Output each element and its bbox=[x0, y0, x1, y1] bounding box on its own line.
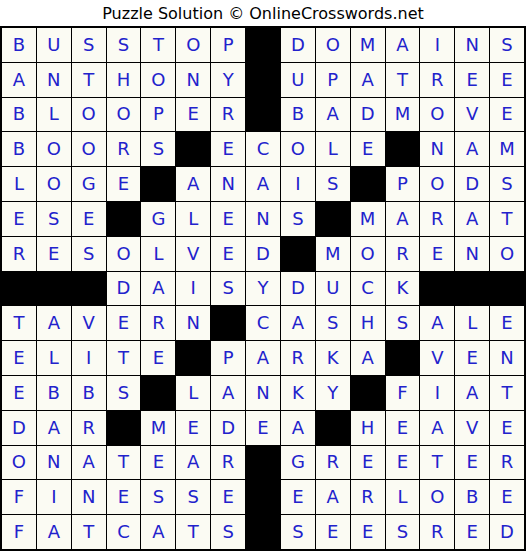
letter-cell: B bbox=[2, 98, 36, 132]
black-cell bbox=[176, 132, 210, 166]
letter-cell: A bbox=[2, 63, 36, 97]
letter-cell: I bbox=[37, 480, 71, 514]
letter-cell: O bbox=[351, 237, 385, 271]
letter-cell: A bbox=[316, 480, 350, 514]
letter-cell: E bbox=[211, 480, 245, 514]
letter-cell: R bbox=[351, 480, 385, 514]
letter-cell: L bbox=[141, 237, 175, 271]
letter-cell: E bbox=[2, 202, 36, 236]
letter-cell: S bbox=[141, 480, 175, 514]
black-cell bbox=[316, 202, 350, 236]
letter-cell: A bbox=[351, 63, 385, 97]
letter-cell: M bbox=[386, 98, 420, 132]
crossword-grid: BUSSTOPDOMAINSANTHONYUPATREEBLOOPERBADMO… bbox=[0, 26, 526, 551]
letter-cell: S bbox=[281, 515, 315, 549]
letter-cell: O bbox=[37, 167, 71, 201]
letter-cell: A bbox=[281, 411, 315, 445]
black-cell bbox=[246, 28, 280, 62]
letter-cell: O bbox=[281, 132, 315, 166]
black-cell bbox=[351, 167, 385, 201]
page-title: Puzzle Solution © OnlineCrosswords.net bbox=[0, 0, 526, 26]
letter-cell: E bbox=[281, 480, 315, 514]
letter-cell: A bbox=[316, 98, 350, 132]
black-cell bbox=[246, 446, 280, 480]
letter-cell: L bbox=[386, 480, 420, 514]
letter-cell: F bbox=[2, 515, 36, 549]
letter-cell: T bbox=[72, 63, 106, 97]
letter-cell: L bbox=[455, 306, 489, 340]
letter-cell: A bbox=[211, 376, 245, 410]
letter-cell: V bbox=[455, 98, 489, 132]
letter-cell: I bbox=[72, 341, 106, 375]
letter-cell: R bbox=[2, 237, 36, 271]
letter-cell: P bbox=[316, 63, 350, 97]
letter-cell: C bbox=[246, 132, 280, 166]
letter-cell: O bbox=[316, 28, 350, 62]
black-cell bbox=[37, 272, 71, 306]
letter-cell: Y bbox=[211, 63, 245, 97]
black-cell bbox=[176, 341, 210, 375]
letter-cell: D bbox=[107, 272, 141, 306]
letter-cell: O bbox=[72, 132, 106, 166]
letter-cell: R bbox=[420, 63, 454, 97]
letter-cell: T bbox=[176, 515, 210, 549]
letter-cell: E bbox=[316, 515, 350, 549]
black-cell bbox=[107, 411, 141, 445]
letter-cell: D bbox=[455, 167, 489, 201]
letter-cell: S bbox=[72, 28, 106, 62]
black-cell bbox=[246, 98, 280, 132]
letter-cell: O bbox=[176, 28, 210, 62]
letter-cell: C bbox=[246, 306, 280, 340]
letter-cell: G bbox=[281, 446, 315, 480]
letter-cell: V bbox=[455, 411, 489, 445]
letter-cell: B bbox=[455, 480, 489, 514]
letter-cell: E bbox=[176, 411, 210, 445]
letter-cell: O bbox=[37, 132, 71, 166]
black-cell bbox=[246, 515, 280, 549]
black-cell bbox=[455, 272, 489, 306]
letter-cell: I bbox=[420, 376, 454, 410]
letter-cell: H bbox=[107, 63, 141, 97]
letter-cell: R bbox=[211, 446, 245, 480]
black-cell bbox=[107, 202, 141, 236]
black-cell bbox=[141, 167, 175, 201]
letter-cell: S bbox=[211, 515, 245, 549]
letter-cell: E bbox=[211, 132, 245, 166]
letter-cell: B bbox=[281, 98, 315, 132]
letter-cell: A bbox=[386, 202, 420, 236]
letter-cell: V bbox=[72, 306, 106, 340]
letter-cell: E bbox=[351, 515, 385, 549]
black-cell bbox=[386, 341, 420, 375]
letter-cell: T bbox=[107, 341, 141, 375]
letter-cell: E bbox=[72, 202, 106, 236]
letter-cell: E bbox=[211, 202, 245, 236]
letter-cell: A bbox=[455, 376, 489, 410]
letter-cell: O bbox=[420, 480, 454, 514]
letter-cell: A bbox=[141, 272, 175, 306]
letter-cell: N bbox=[211, 167, 245, 201]
letter-cell: E bbox=[351, 446, 385, 480]
letter-cell: F bbox=[2, 480, 36, 514]
letter-cell: S bbox=[490, 28, 524, 62]
letter-cell: R bbox=[316, 446, 350, 480]
letter-cell: D bbox=[211, 411, 245, 445]
letter-cell: A bbox=[37, 515, 71, 549]
letter-cell: B bbox=[2, 28, 36, 62]
letter-cell: S bbox=[386, 306, 420, 340]
letter-cell: E bbox=[2, 376, 36, 410]
letter-cell: E bbox=[246, 411, 280, 445]
letter-cell: L bbox=[176, 202, 210, 236]
letter-cell: S bbox=[107, 376, 141, 410]
black-cell bbox=[281, 237, 315, 271]
black-cell bbox=[420, 272, 454, 306]
black-cell bbox=[2, 272, 36, 306]
letter-cell: I bbox=[420, 28, 454, 62]
letter-cell: T bbox=[2, 306, 36, 340]
letter-cell: Y bbox=[316, 376, 350, 410]
letter-cell: O bbox=[72, 98, 106, 132]
letter-cell: I bbox=[176, 272, 210, 306]
letter-cell: B bbox=[37, 376, 71, 410]
letter-cell: K bbox=[316, 341, 350, 375]
letter-cell: F bbox=[386, 376, 420, 410]
letter-cell: Y bbox=[246, 272, 280, 306]
letter-cell: T bbox=[420, 446, 454, 480]
letter-cell: L bbox=[176, 376, 210, 410]
letter-cell: S bbox=[72, 237, 106, 271]
black-cell bbox=[141, 376, 175, 410]
letter-cell: N bbox=[37, 446, 71, 480]
letter-cell: R bbox=[281, 341, 315, 375]
letter-cell: T bbox=[490, 376, 524, 410]
letter-cell: N bbox=[176, 306, 210, 340]
letter-cell: E bbox=[455, 341, 489, 375]
letter-cell: S bbox=[316, 306, 350, 340]
letter-cell: O bbox=[141, 63, 175, 97]
letter-cell: O bbox=[420, 98, 454, 132]
letter-cell: E bbox=[386, 411, 420, 445]
letter-cell: H bbox=[351, 306, 385, 340]
black-cell bbox=[211, 306, 245, 340]
letter-cell: N bbox=[490, 341, 524, 375]
letter-cell: P bbox=[141, 98, 175, 132]
letter-cell: S bbox=[281, 202, 315, 236]
letter-cell: E bbox=[455, 63, 489, 97]
letter-cell: A bbox=[420, 411, 454, 445]
letter-cell: A bbox=[455, 202, 489, 236]
letter-cell: E bbox=[490, 411, 524, 445]
black-cell bbox=[246, 480, 280, 514]
letter-cell: V bbox=[176, 237, 210, 271]
letter-cell: E bbox=[141, 446, 175, 480]
letter-cell: N bbox=[246, 202, 280, 236]
letter-cell: I bbox=[281, 167, 315, 201]
black-cell bbox=[72, 272, 106, 306]
letter-cell: L bbox=[2, 167, 36, 201]
letter-cell: A bbox=[141, 515, 175, 549]
letter-cell: D bbox=[246, 237, 280, 271]
letter-cell: K bbox=[386, 272, 420, 306]
letter-cell: M bbox=[141, 411, 175, 445]
letter-cell: S bbox=[141, 132, 175, 166]
letter-cell: A bbox=[246, 341, 280, 375]
letter-cell: H bbox=[351, 411, 385, 445]
letter-cell: E bbox=[420, 237, 454, 271]
letter-cell: M bbox=[316, 237, 350, 271]
letter-cell: A bbox=[455, 132, 489, 166]
letter-cell: O bbox=[490, 237, 524, 271]
letter-cell: E bbox=[386, 446, 420, 480]
letter-cell: U bbox=[37, 28, 71, 62]
black-cell bbox=[351, 376, 385, 410]
letter-cell: E bbox=[107, 167, 141, 201]
letter-cell: R bbox=[72, 411, 106, 445]
letter-cell: N bbox=[455, 237, 489, 271]
letter-cell: T bbox=[107, 446, 141, 480]
letter-cell: S bbox=[37, 202, 71, 236]
letter-cell: U bbox=[316, 272, 350, 306]
letter-cell: B bbox=[2, 132, 36, 166]
letter-cell: A bbox=[246, 167, 280, 201]
letter-cell: S bbox=[316, 167, 350, 201]
letter-cell: T bbox=[490, 202, 524, 236]
letter-cell: N bbox=[246, 376, 280, 410]
letter-cell: S bbox=[107, 28, 141, 62]
letter-cell: R bbox=[420, 515, 454, 549]
letter-cell: O bbox=[107, 237, 141, 271]
letter-cell: O bbox=[420, 167, 454, 201]
letter-cell: E bbox=[455, 446, 489, 480]
letter-cell: E bbox=[107, 306, 141, 340]
letter-cell: S bbox=[490, 167, 524, 201]
letter-cell: L bbox=[37, 341, 71, 375]
black-cell bbox=[386, 132, 420, 166]
letter-cell: M bbox=[490, 132, 524, 166]
letter-cell: D bbox=[351, 98, 385, 132]
letter-cell: E bbox=[107, 480, 141, 514]
letter-cell: C bbox=[107, 515, 141, 549]
letter-cell: T bbox=[141, 28, 175, 62]
letter-cell: V bbox=[420, 341, 454, 375]
letter-cell: G bbox=[141, 202, 175, 236]
letter-cell: A bbox=[72, 446, 106, 480]
letter-cell: N bbox=[37, 63, 71, 97]
letter-cell: A bbox=[176, 167, 210, 201]
black-cell bbox=[316, 411, 350, 445]
letter-cell: E bbox=[490, 98, 524, 132]
letter-cell: A bbox=[176, 446, 210, 480]
letter-cell: R bbox=[211, 98, 245, 132]
letter-cell: S bbox=[176, 480, 210, 514]
black-cell bbox=[246, 63, 280, 97]
letter-cell: A bbox=[281, 306, 315, 340]
letter-cell: K bbox=[281, 376, 315, 410]
letter-cell: P bbox=[386, 167, 420, 201]
letter-cell: C bbox=[351, 272, 385, 306]
letter-cell: A bbox=[37, 306, 71, 340]
letter-cell: A bbox=[37, 411, 71, 445]
letter-cell: P bbox=[211, 28, 245, 62]
letter-cell: N bbox=[455, 28, 489, 62]
letter-cell: E bbox=[141, 341, 175, 375]
letter-cell: D bbox=[490, 515, 524, 549]
letter-cell: E bbox=[490, 306, 524, 340]
letter-cell: B bbox=[72, 376, 106, 410]
letter-cell: R bbox=[141, 306, 175, 340]
letter-cell: M bbox=[351, 28, 385, 62]
letter-cell: A bbox=[351, 341, 385, 375]
letter-cell: E bbox=[2, 341, 36, 375]
letter-cell: T bbox=[72, 515, 106, 549]
letter-cell: E bbox=[211, 237, 245, 271]
letter-cell: O bbox=[107, 98, 141, 132]
letter-cell: S bbox=[386, 515, 420, 549]
letter-cell: E bbox=[176, 98, 210, 132]
letter-cell: N bbox=[420, 132, 454, 166]
letter-cell: P bbox=[211, 341, 245, 375]
letter-cell: E bbox=[455, 515, 489, 549]
letter-cell: T bbox=[386, 63, 420, 97]
letter-cell: L bbox=[316, 132, 350, 166]
letter-cell: S bbox=[211, 272, 245, 306]
letter-cell: E bbox=[490, 480, 524, 514]
letter-cell: N bbox=[72, 480, 106, 514]
letter-cell: A bbox=[386, 28, 420, 62]
letter-cell: L bbox=[37, 98, 71, 132]
letter-cell: E bbox=[37, 237, 71, 271]
letter-cell: D bbox=[281, 28, 315, 62]
black-cell bbox=[490, 272, 524, 306]
letter-cell: R bbox=[386, 237, 420, 271]
letter-cell: G bbox=[72, 167, 106, 201]
letter-cell: D bbox=[281, 272, 315, 306]
letter-cell: R bbox=[420, 202, 454, 236]
letter-cell: R bbox=[490, 446, 524, 480]
letter-cell: D bbox=[2, 411, 36, 445]
letter-cell: E bbox=[351, 132, 385, 166]
letter-cell: E bbox=[490, 63, 524, 97]
letter-cell: M bbox=[351, 202, 385, 236]
letter-cell: U bbox=[281, 63, 315, 97]
letter-cell: R bbox=[107, 132, 141, 166]
letter-cell: A bbox=[420, 306, 454, 340]
letter-cell: O bbox=[2, 446, 36, 480]
letter-cell: N bbox=[176, 63, 210, 97]
